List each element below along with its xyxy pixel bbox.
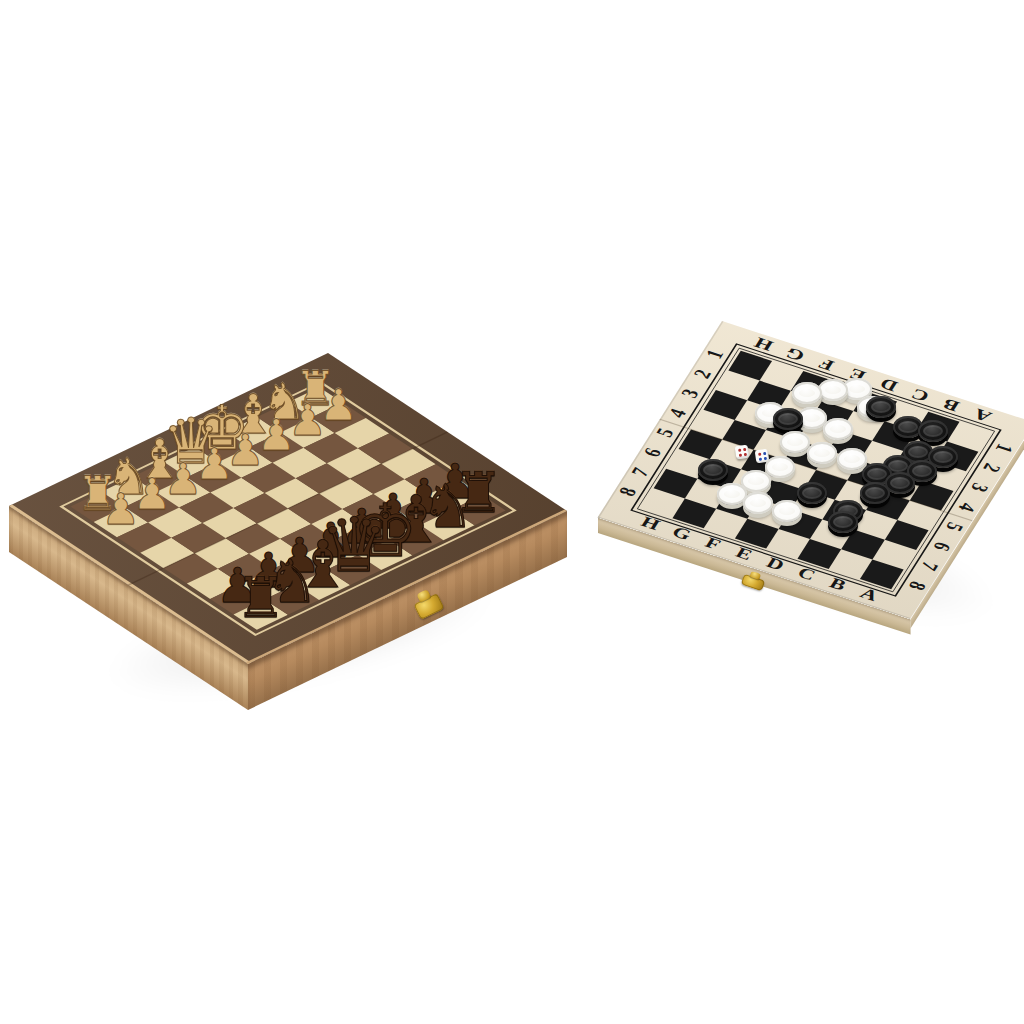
checker-white[interactable] (743, 492, 773, 514)
checker-white[interactable] (772, 500, 802, 522)
file-label-far-G: G (783, 345, 808, 364)
checker-black[interactable] (698, 459, 728, 481)
rank-label-left-1: 1 (702, 348, 727, 361)
file-label-near-F: F (702, 535, 723, 552)
file-label-far-B: B (940, 396, 962, 414)
die-pip (737, 448, 740, 451)
checker-black[interactable] (918, 420, 948, 442)
rank-label-right-3: 3 (967, 481, 992, 494)
rank-label-left-6: 6 (640, 446, 665, 459)
file-label-far-F: F (816, 356, 837, 373)
checker-black[interactable] (866, 396, 896, 418)
die-pip (758, 457, 761, 460)
file-label-near-C: C (795, 565, 819, 583)
file-label-near-A: A (857, 585, 881, 603)
rank-label-right-4: 4 (954, 500, 979, 513)
rank-label-left-7: 7 (628, 465, 653, 478)
chess-piece-white-pawn[interactable]: ♟ (102, 488, 141, 531)
die-pip (757, 452, 760, 455)
rank-label-right-5: 5 (942, 520, 967, 533)
die-pip (762, 451, 765, 454)
checker-black[interactable] (773, 408, 803, 430)
file-label-near-E: E (733, 545, 755, 563)
checker-white[interactable] (780, 431, 810, 453)
checker-black[interactable] (828, 511, 858, 533)
scene: HHGGFFEEDDCCBBAA1234567812345678 ♜♞♝♛♚♝♞… (0, 0, 1024, 1024)
checker-white[interactable] (807, 442, 837, 464)
die-pip (742, 447, 745, 450)
rank-label-left-5: 5 (653, 426, 678, 439)
rank-label-right-8: 8 (904, 579, 929, 592)
checker-white[interactable] (837, 448, 867, 470)
rank-label-left-2: 2 (690, 367, 715, 380)
checker-white[interactable] (765, 456, 795, 478)
checker-black[interactable] (860, 482, 890, 504)
die-pip (763, 456, 766, 459)
file-label-far-C: C (908, 386, 932, 404)
checker-white[interactable] (792, 382, 822, 404)
rank-label-right-6: 6 (929, 540, 954, 553)
chess-piece-black-rook[interactable]: ♜ (236, 569, 286, 625)
rank-label-right-2: 2 (979, 461, 1004, 474)
file-label-near-D: D (763, 555, 787, 573)
rank-label-left-4: 4 (665, 406, 690, 419)
rank-label-right-7: 7 (917, 559, 942, 572)
file-label-far-D: D (877, 376, 901, 394)
checker-white[interactable] (818, 379, 848, 401)
file-label-far-A: A (971, 406, 995, 424)
die-pip (743, 452, 746, 455)
rank-label-left-3: 3 (677, 387, 702, 400)
file-label-near-B: B (827, 575, 849, 593)
file-label-far-H: H (751, 335, 776, 354)
rank-label-right-1: 1 (991, 441, 1016, 454)
rank-label-left-8: 8 (615, 485, 640, 498)
checker-white[interactable] (823, 418, 853, 440)
die-1[interactable] (735, 445, 750, 460)
checker-black[interactable] (797, 482, 827, 504)
die-pip (738, 453, 741, 456)
